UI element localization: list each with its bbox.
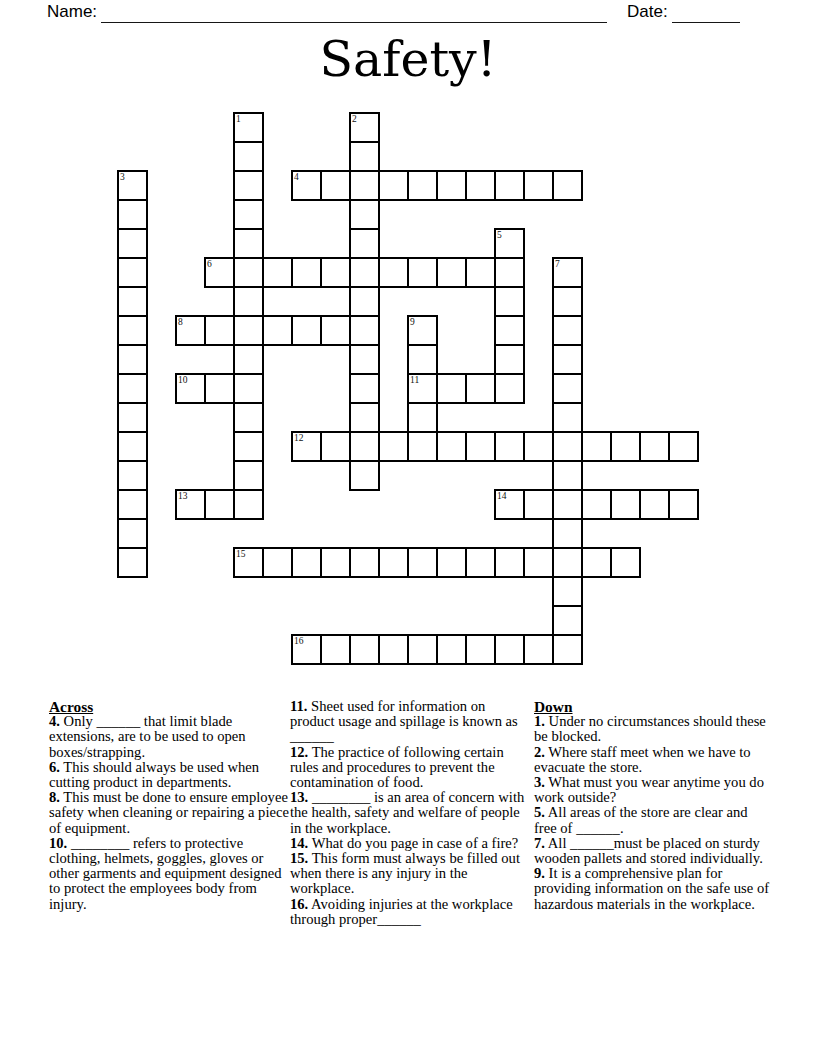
grid-cell-r6c13[interactable] [494, 286, 525, 317]
grid-cell-r13c19[interactable] [668, 489, 699, 520]
down-clue-9: 9. It is a comprehensive plan for provid… [534, 866, 770, 912]
clue-number-label: 2. [534, 744, 545, 760]
grid-cell-r3c8[interactable] [349, 199, 380, 230]
grid-cell-r13c15[interactable] [552, 489, 583, 520]
grid-cell-r5c12[interactable] [465, 257, 496, 288]
down-clue-7: 7. All ______must be placed on sturdy wo… [534, 836, 770, 866]
grid-cell-r11c6[interactable] [291, 431, 322, 462]
grid-cell-r11c19[interactable] [668, 431, 699, 462]
grid-cell-r2c0[interactable] [117, 170, 148, 201]
grid-cell-r11c8[interactable] [349, 431, 380, 462]
crossword-worksheet: Name: Date: Safety! 12345678910111213141… [0, 0, 816, 1056]
grid-cell-r9c3[interactable] [204, 373, 235, 404]
grid-cell-r13c3[interactable] [204, 489, 235, 520]
across-clue-4: 4. Only ______ that limit blade extensio… [49, 714, 289, 760]
grid-cell-r9c0[interactable] [117, 373, 148, 404]
grid-cell-r7c5[interactable] [262, 315, 293, 346]
grid-cell-r18c6[interactable] [291, 634, 322, 665]
grid-cell-r11c15[interactable] [552, 431, 583, 462]
grid-cell-r18c10[interactable] [407, 634, 438, 665]
grid-cell-r15c17[interactable] [610, 547, 641, 578]
grid-cell-r12c4[interactable] [233, 460, 264, 491]
grid-cell-r11c11[interactable] [436, 431, 467, 462]
grid-cell-r18c8[interactable] [349, 634, 380, 665]
grid-cell-r15c9[interactable] [378, 547, 409, 578]
grid-cell-r4c4[interactable] [233, 228, 264, 259]
clue-number-label: 14. [290, 835, 308, 851]
grid-cell-r2c7[interactable] [320, 170, 351, 201]
grid-cell-r5c4[interactable] [233, 257, 264, 288]
grid-cell-r13c13[interactable] [494, 489, 525, 520]
grid-cell-r11c7[interactable] [320, 431, 351, 462]
grid-cell-r14c15[interactable] [552, 518, 583, 549]
grid-cell-r7c13[interactable] [494, 315, 525, 346]
grid-cell-r9c8[interactable] [349, 373, 380, 404]
grid-cell-r8c15[interactable] [552, 344, 583, 375]
grid-cell-r11c13[interactable] [494, 431, 525, 462]
clue-number-label: 15. [290, 850, 308, 866]
across-clue-6: 6. This should always be used when cutti… [49, 760, 289, 790]
grid-cell-r11c12[interactable] [465, 431, 496, 462]
grid-cell-r3c0[interactable] [117, 199, 148, 230]
across-clue-11: 11. Sheet used for information on produc… [290, 699, 530, 745]
grid-cell-r2c9[interactable] [378, 170, 409, 201]
grid-cell-r13c4[interactable] [233, 489, 264, 520]
grid-cell-r2c10[interactable] [407, 170, 438, 201]
grid-cell-r18c11[interactable] [436, 634, 467, 665]
across-clue-12: 12. The practice of following certain ru… [290, 745, 530, 791]
grid-cell-r8c8[interactable] [349, 344, 380, 375]
grid-cell-r2c11[interactable] [436, 170, 467, 201]
down-clue-3: 3. What must you wear anytime you do wor… [534, 775, 770, 805]
grid-cell-r0c4[interactable] [233, 112, 264, 143]
grid-cell-r10c10[interactable] [407, 402, 438, 433]
across-clue-16: 16. Avoiding injuries at the workplace t… [290, 897, 530, 927]
across-clues-column-2: 11. Sheet used for information on produc… [290, 699, 530, 927]
clue-number-label: 1. [534, 713, 545, 729]
grid-cell-r15c4[interactable] [233, 547, 264, 578]
down-clues-column: Down 1. Under no circumstances should th… [534, 699, 770, 912]
grid-cell-r18c14[interactable] [523, 634, 554, 665]
grid-cell-r5c9[interactable] [378, 257, 409, 288]
grid-cell-r12c15[interactable] [552, 460, 583, 491]
grid-cell-r6c8[interactable] [349, 286, 380, 317]
grid-cell-r7c7[interactable] [320, 315, 351, 346]
down-clue-5: 5. All areas of the store are clear and … [534, 805, 770, 835]
grid-cell-r18c15[interactable] [552, 634, 583, 665]
grid-cell-r5c11[interactable] [436, 257, 467, 288]
crossword-grid: 12345678910111213141516 [117, 112, 699, 665]
name-input-line[interactable] [101, 4, 607, 23]
grid-cell-r2c13[interactable] [494, 170, 525, 201]
grid-cell-r8c10[interactable] [407, 344, 438, 375]
across-clue-10: 10. ________ refers to protective clothi… [49, 836, 289, 912]
grid-cell-r15c8[interactable] [349, 547, 380, 578]
grid-cell-r11c0[interactable] [117, 431, 148, 462]
grid-cell-r5c13[interactable] [494, 257, 525, 288]
grid-cell-r2c14[interactable] [523, 170, 554, 201]
date-input-line[interactable] [672, 4, 740, 23]
clue-number-label: 3. [534, 774, 545, 790]
date-label: Date: [627, 2, 668, 22]
clue-number-label: 8. [49, 789, 60, 805]
grid-cell-r12c0[interactable] [117, 460, 148, 491]
grid-cell-r9c2[interactable] [175, 373, 206, 404]
grid-cell-r6c15[interactable] [552, 286, 583, 317]
grid-cell-r14c0[interactable] [117, 518, 148, 549]
grid-cell-r9c10[interactable] [407, 373, 438, 404]
grid-cell-r9c4[interactable] [233, 373, 264, 404]
grid-cell-r5c6[interactable] [291, 257, 322, 288]
grid-cell-r5c5[interactable] [262, 257, 293, 288]
grid-cell-r2c15[interactable] [552, 170, 583, 201]
grid-cell-r10c4[interactable] [233, 402, 264, 433]
grid-cell-r7c6[interactable] [291, 315, 322, 346]
across-clue-15: 15. This form must always be filled out … [290, 851, 530, 897]
grid-cell-r11c10[interactable] [407, 431, 438, 462]
grid-cell-r5c3[interactable] [204, 257, 235, 288]
across-clue-8: 8. This must be done to ensure employee … [49, 790, 289, 836]
grid-cell-r15c15[interactable] [552, 547, 583, 578]
grid-cell-r15c16[interactable] [581, 547, 612, 578]
grid-cell-r4c8[interactable] [349, 228, 380, 259]
grid-cell-r11c17[interactable] [610, 431, 641, 462]
grid-cell-r5c10[interactable] [407, 257, 438, 288]
grid-cell-r9c12[interactable] [465, 373, 496, 404]
grid-cell-r15c11[interactable] [436, 547, 467, 578]
grid-cell-r7c2[interactable] [175, 315, 206, 346]
grid-cell-r7c15[interactable] [552, 315, 583, 346]
grid-cell-r15c10[interactable] [407, 547, 438, 578]
grid-cell-r12c8[interactable] [349, 460, 380, 491]
across-clues-column: Across 4. Only ______ that limit blade e… [49, 699, 289, 912]
grid-cell-r11c18[interactable] [639, 431, 670, 462]
grid-cell-r11c14[interactable] [523, 431, 554, 462]
grid-cell-r7c4[interactable] [233, 315, 264, 346]
grid-cell-r1c8[interactable] [349, 141, 380, 172]
grid-cell-r13c18[interactable] [639, 489, 670, 520]
clue-number-label: 9. [534, 865, 545, 881]
grid-cell-r7c10[interactable] [407, 315, 438, 346]
grid-cell-r15c7[interactable] [320, 547, 351, 578]
grid-cell-r15c5[interactable] [262, 547, 293, 578]
grid-cell-r8c0[interactable] [117, 344, 148, 375]
grid-cell-r5c15[interactable] [552, 257, 583, 288]
grid-cell-r13c2[interactable] [175, 489, 206, 520]
clue-number-label: 10. [49, 835, 67, 851]
grid-cell-r2c12[interactable] [465, 170, 496, 201]
grid-cell-r15c14[interactable] [523, 547, 554, 578]
grid-cell-r7c3[interactable] [204, 315, 235, 346]
across-header: Across [49, 699, 289, 714]
grid-cell-r11c16[interactable] [581, 431, 612, 462]
across-clue-list-1: 4. Only ______ that limit blade extensio… [49, 714, 289, 912]
grid-cell-r10c15[interactable] [552, 402, 583, 433]
grid-cell-r13c0[interactable] [117, 489, 148, 520]
grid-cell-r2c4[interactable] [233, 170, 264, 201]
down-clue-1: 1. Under no circumstances should these b… [534, 714, 770, 744]
grid-cell-r9c13[interactable] [494, 373, 525, 404]
grid-cell-r9c15[interactable] [552, 373, 583, 404]
clue-number-label: 7. [534, 835, 545, 851]
across-clue-14: 14. What do you page in case of a fire? [290, 836, 530, 851]
grid-cell-r15c6[interactable] [291, 547, 322, 578]
clue-number-label: 5. [534, 804, 545, 820]
grid-cell-r18c13[interactable] [494, 634, 525, 665]
grid-cell-r3c4[interactable] [233, 199, 264, 230]
grid-cell-r15c13[interactable] [494, 547, 525, 578]
grid-cell-r5c8[interactable] [349, 257, 380, 288]
clue-number-label: 12. [290, 744, 308, 760]
grid-cell-r1c4[interactable] [233, 141, 264, 172]
clue-number-label: 13. [290, 789, 308, 805]
grid-cell-r6c4[interactable] [233, 286, 264, 317]
grid-cell-r17c15[interactable] [552, 605, 583, 636]
clue-number-label: 6. [49, 759, 60, 775]
across-clue-list-2: 11. Sheet used for information on produc… [290, 699, 530, 927]
grid-cell-r15c12[interactable] [465, 547, 496, 578]
puzzle-title: Safety! [0, 32, 816, 88]
grid-cell-r9c11[interactable] [436, 373, 467, 404]
clue-number-label: 11. [290, 698, 307, 714]
clue-number-label: 16. [290, 896, 308, 912]
grid-cell-r7c0[interactable] [117, 315, 148, 346]
grid-cell-r10c0[interactable] [117, 402, 148, 433]
grid-cell-r13c16[interactable] [581, 489, 612, 520]
clue-number-label: 4. [49, 713, 60, 729]
grid-cell-r16c15[interactable] [552, 576, 583, 607]
grid-cell-r18c7[interactable] [320, 634, 351, 665]
grid-cell-r2c8[interactable] [349, 170, 380, 201]
down-clue-list: 1. Under no circumstances should these b… [534, 714, 770, 912]
down-clue-2: 2. Where staff meet when we have to evac… [534, 745, 770, 775]
grid-cell-r0c8[interactable] [349, 112, 380, 143]
name-label: Name: [47, 2, 97, 22]
grid-cell-r13c14[interactable] [523, 489, 554, 520]
grid-cell-r5c7[interactable] [320, 257, 351, 288]
grid-cell-r11c9[interactable] [378, 431, 409, 462]
grid-cell-r18c9[interactable] [378, 634, 409, 665]
grid-cell-r8c13[interactable] [494, 344, 525, 375]
grid-cell-r4c13[interactable] [494, 228, 525, 259]
grid-cell-r7c8[interactable] [349, 315, 380, 346]
grid-cell-r10c8[interactable] [349, 402, 380, 433]
grid-cell-r8c4[interactable] [233, 344, 264, 375]
grid-cell-r11c4[interactable] [233, 431, 264, 462]
grid-cell-r15c0[interactable] [117, 547, 148, 578]
grid-cell-r18c12[interactable] [465, 634, 496, 665]
grid-cell-r5c0[interactable] [117, 257, 148, 288]
down-header: Down [534, 699, 770, 714]
grid-cell-r13c17[interactable] [610, 489, 641, 520]
grid-cell-r2c6[interactable] [291, 170, 322, 201]
grid-cell-r6c0[interactable] [117, 286, 148, 317]
grid-cell-r4c0[interactable] [117, 228, 148, 259]
across-clue-13: 13. ________ is an area of concern with … [290, 790, 530, 836]
